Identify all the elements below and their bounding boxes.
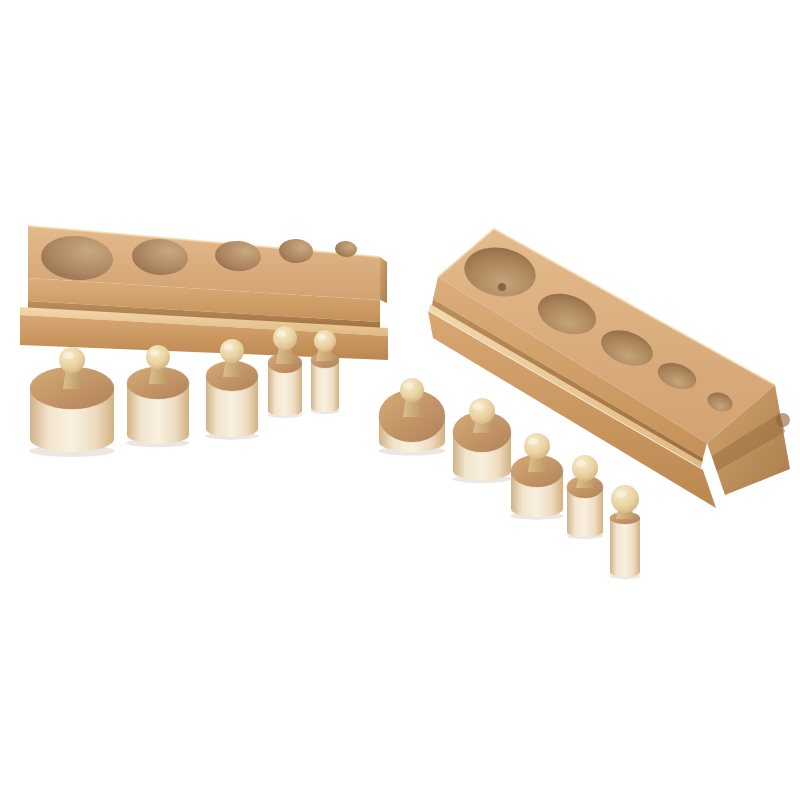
product-photo-stage (0, 0, 800, 800)
cylinder-block-left-end (380, 257, 387, 303)
right-cylinder-5-knob (611, 485, 639, 513)
right-cylinder-4-knob (572, 455, 598, 481)
left-cylinder-5-knob (314, 330, 336, 352)
right-cylinder-3-knob (524, 433, 550, 459)
left-cylinder-3-knob (220, 339, 244, 363)
montessori-cylinder-blocks-photo (0, 0, 800, 800)
left-cylinder-1-knob (59, 347, 85, 373)
left-cylinder-1-knob-highlight (63, 352, 74, 359)
right-cylinder-5 (610, 485, 641, 579)
left-cylinder-2-knob (146, 345, 170, 369)
left-cylinder-4-knob (273, 326, 297, 350)
right-cylinder-2-knob (469, 398, 495, 424)
right-cylinder-5-body (610, 518, 640, 577)
right-cylinder-4-knob-highlight (576, 460, 587, 467)
left-cylinder-3-knob-highlight (223, 343, 233, 350)
right-cylinder-4 (567, 455, 604, 539)
cylinder-block-right-end-notch (776, 413, 790, 427)
cylinder-block-right-wood-knot (498, 283, 506, 291)
right-cylinder-3-knob-highlight (528, 438, 539, 445)
left-cylinder-4-knob-highlight (276, 330, 286, 337)
left-cylinder-5-knob-highlight (317, 334, 326, 340)
right-cylinder-1-knob (400, 378, 424, 402)
right-cylinder-5-knob-highlight (615, 490, 627, 498)
right-cylinder-2-knob-highlight (473, 403, 484, 410)
left-cylinder-2-knob-highlight (149, 349, 159, 356)
right-cylinder-1-knob-highlight (403, 382, 413, 389)
left-cylinder-5 (311, 330, 340, 414)
